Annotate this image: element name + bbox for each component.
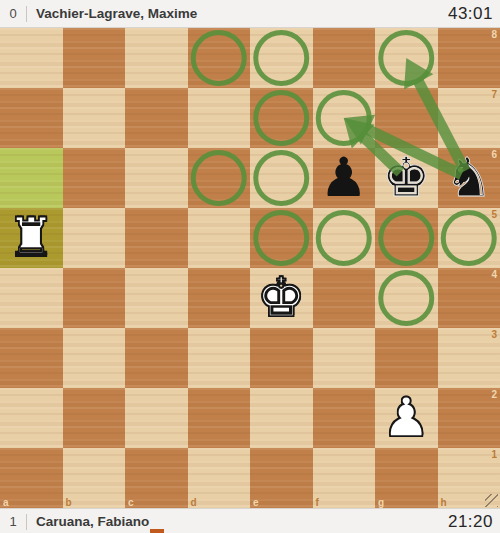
square-a5[interactable]: ♜: [0, 208, 63, 268]
square-c8[interactable]: [125, 28, 188, 88]
bottom-player-name: Caruana, Fabiano: [36, 514, 149, 529]
square-d4[interactable]: [188, 268, 251, 328]
top-bar-separator: [26, 6, 27, 22]
square-a7[interactable]: [0, 88, 63, 148]
square-a2[interactable]: [0, 388, 63, 448]
square-b1[interactable]: b: [63, 448, 126, 508]
square-h3[interactable]: 3: [438, 328, 500, 388]
square-f4[interactable]: [313, 268, 376, 328]
square-f8[interactable]: [313, 28, 376, 88]
rank-label-4: 4: [491, 269, 497, 280]
square-e8[interactable]: [250, 28, 313, 88]
rank-label-1: 1: [491, 449, 497, 460]
top-player-bar: 0 Vachier-Lagrave, Maxime 43:01: [0, 0, 500, 28]
square-e2[interactable]: [250, 388, 313, 448]
live-chess-broadcast-window: 0 Vachier-Lagrave, Maxime 43:01 87♟♚♞6♜5…: [0, 0, 500, 533]
piece-black-king-g6[interactable]: ♚: [382, 151, 430, 205]
square-b4[interactable]: [63, 268, 126, 328]
square-e6[interactable]: [250, 148, 313, 208]
bottom-player-bar: 1 Caruana, Fabiano 21:20: [0, 508, 500, 533]
bottom-bar-separator: [26, 514, 27, 530]
top-player-name: Vachier-Lagrave, Maxime: [36, 6, 197, 21]
square-d8[interactable]: [188, 28, 251, 88]
square-c3[interactable]: [125, 328, 188, 388]
square-g5[interactable]: [375, 208, 438, 268]
square-g6[interactable]: ♚: [375, 148, 438, 208]
square-b6[interactable]: [63, 148, 126, 208]
square-e1[interactable]: e: [250, 448, 313, 508]
square-b7[interactable]: [63, 88, 126, 148]
piece-white-king-e4[interactable]: ♚: [257, 271, 305, 325]
square-g7[interactable]: [375, 88, 438, 148]
square-h4[interactable]: 4: [438, 268, 500, 328]
top-player-clock: 43:01: [448, 4, 500, 24]
square-h6[interactable]: ♞6: [438, 148, 500, 208]
square-e4[interactable]: ♚: [250, 268, 313, 328]
file-label-g: g: [378, 497, 384, 508]
square-c1[interactable]: c: [125, 448, 188, 508]
rank-label-8: 8: [491, 29, 497, 40]
rank-label-2: 2: [491, 389, 497, 400]
square-c5[interactable]: [125, 208, 188, 268]
square-g2[interactable]: ♟: [375, 388, 438, 448]
square-h8[interactable]: 8: [438, 28, 500, 88]
file-label-d: d: [191, 497, 197, 508]
square-e5[interactable]: [250, 208, 313, 268]
file-label-h: h: [441, 497, 447, 508]
square-c7[interactable]: [125, 88, 188, 148]
square-a4[interactable]: [0, 268, 63, 328]
square-h7[interactable]: 7: [438, 88, 500, 148]
piece-white-rook-a5[interactable]: ♜: [7, 211, 55, 265]
square-f6[interactable]: ♟: [313, 148, 376, 208]
square-d3[interactable]: [188, 328, 251, 388]
square-d2[interactable]: [188, 388, 251, 448]
square-d1[interactable]: d: [188, 448, 251, 508]
file-label-b: b: [66, 497, 72, 508]
square-h2[interactable]: 2: [438, 388, 500, 448]
piece-black-pawn-f6[interactable]: ♟: [320, 151, 368, 205]
file-label-e: e: [253, 497, 259, 508]
square-c6[interactable]: [125, 148, 188, 208]
tab-indicator-fragment: [150, 529, 164, 533]
square-b5[interactable]: [63, 208, 126, 268]
file-label-a: a: [3, 497, 9, 508]
square-b8[interactable]: [63, 28, 126, 88]
board-resize-handle[interactable]: [485, 494, 498, 507]
square-d7[interactable]: [188, 88, 251, 148]
square-b3[interactable]: [63, 328, 126, 388]
square-f3[interactable]: [313, 328, 376, 388]
rank-label-7: 7: [491, 89, 497, 100]
rank-label-5: 5: [491, 209, 497, 220]
square-e3[interactable]: [250, 328, 313, 388]
rank-label-3: 3: [491, 329, 497, 340]
bottom-board-number: 1: [0, 514, 26, 529]
square-h5[interactable]: 5: [438, 208, 500, 268]
square-b2[interactable]: [63, 388, 126, 448]
square-f7[interactable]: [313, 88, 376, 148]
square-a6[interactable]: [0, 148, 63, 208]
square-g8[interactable]: [375, 28, 438, 88]
square-d6[interactable]: [188, 148, 251, 208]
square-c4[interactable]: [125, 268, 188, 328]
square-e7[interactable]: [250, 88, 313, 148]
square-a3[interactable]: [0, 328, 63, 388]
rank-label-6: 6: [491, 149, 497, 160]
square-a8[interactable]: [0, 28, 63, 88]
square-c2[interactable]: [125, 388, 188, 448]
square-g1[interactable]: g: [375, 448, 438, 508]
square-d5[interactable]: [188, 208, 251, 268]
chess-board[interactable]: 87♟♚♞6♜5♚43♟2abcdefg1h: [0, 28, 500, 508]
file-label-f: f: [316, 497, 319, 508]
square-f1[interactable]: f: [313, 448, 376, 508]
square-g4[interactable]: [375, 268, 438, 328]
piece-white-pawn-g2[interactable]: ♟: [382, 391, 430, 445]
bottom-player-clock: 21:20: [448, 512, 500, 532]
file-label-c: c: [128, 497, 134, 508]
square-a1[interactable]: a: [0, 448, 63, 508]
square-f2[interactable]: [313, 388, 376, 448]
top-board-number: 0: [0, 6, 26, 21]
square-g3[interactable]: [375, 328, 438, 388]
square-f5[interactable]: [313, 208, 376, 268]
piece-black-knight-h6[interactable]: ♞: [445, 151, 493, 205]
